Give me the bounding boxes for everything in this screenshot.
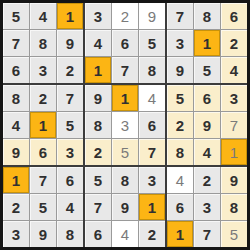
cell-r7c6[interactable]: 3 [139,167,165,193]
cell-r1c9[interactable]: 6 [221,3,247,29]
cell-r1c8[interactable]: 8 [194,3,220,29]
cell-r1c3[interactable]: 1 [57,3,83,29]
box-4: 827415963 [3,85,83,165]
cell-r7c7[interactable]: 4 [167,167,193,193]
cell-r5c4[interactable]: 8 [85,112,111,138]
cell-r3c1[interactable]: 6 [3,57,29,83]
cell-r9c8[interactable]: 7 [194,221,220,247]
cell-r1c6[interactable]: 9 [139,3,165,29]
selected-cell-r6c9[interactable]: 1 [221,139,247,165]
cell-r8c5[interactable]: 9 [112,194,138,220]
cell-r6c1[interactable]: 9 [3,139,29,165]
cell-r6c4[interactable]: 2 [85,139,111,165]
cell-r3c4[interactable]: 1 [85,57,111,83]
sudoku-board: 5417896323294651787863129548274159639148… [0,0,250,250]
cell-r2c2[interactable]: 8 [30,30,56,56]
box-1: 541789632 [3,3,83,83]
cell-r7c5[interactable]: 8 [112,167,138,193]
cell-r5c7[interactable]: 2 [167,112,193,138]
cell-r6c6[interactable]: 7 [139,139,165,165]
cell-r7c2[interactable]: 7 [30,167,56,193]
cell-r3c5[interactable]: 7 [112,57,138,83]
box-8: 583791642 [85,167,165,247]
box-9: 429638175 [167,167,247,247]
cell-r2c5[interactable]: 6 [112,30,138,56]
cell-r4c6[interactable]: 4 [139,85,165,111]
cell-r3c8[interactable]: 5 [194,57,220,83]
cell-r1c4[interactable]: 3 [85,3,111,29]
cell-r9c1[interactable]: 3 [3,221,29,247]
cell-r4c5[interactable]: 1 [112,85,138,111]
box-3: 786312954 [167,3,247,83]
cell-r2c8[interactable]: 1 [194,30,220,56]
box-7: 176254398 [3,167,83,247]
cell-r4c8[interactable]: 6 [194,85,220,111]
cell-r4c9[interactable]: 3 [221,85,247,111]
cell-r6c3[interactable]: 3 [57,139,83,165]
cell-r2c3[interactable]: 9 [57,30,83,56]
cell-r2c7[interactable]: 3 [167,30,193,56]
cell-r2c4[interactable]: 4 [85,30,111,56]
cell-r5c1[interactable]: 4 [3,112,29,138]
cell-r3c7[interactable]: 9 [167,57,193,83]
cell-r7c8[interactable]: 2 [194,167,220,193]
cell-r1c5[interactable]: 2 [112,3,138,29]
cell-r4c4[interactable]: 9 [85,85,111,111]
cell-r7c4[interactable]: 5 [85,167,111,193]
cell-r5c6[interactable]: 6 [139,112,165,138]
cell-r3c3[interactable]: 2 [57,57,83,83]
cell-r3c2[interactable]: 3 [30,57,56,83]
cell-r8c9[interactable]: 8 [221,194,247,220]
cell-r6c5[interactable]: 5 [112,139,138,165]
cell-r8c2[interactable]: 5 [30,194,56,220]
cell-r8c6[interactable]: 1 [139,194,165,220]
cell-r4c7[interactable]: 5 [167,85,193,111]
cell-r1c7[interactable]: 7 [167,3,193,29]
cell-r4c2[interactable]: 2 [30,85,56,111]
cell-r5c5[interactable]: 3 [112,112,138,138]
cell-r5c8[interactable]: 9 [194,112,220,138]
cell-r2c1[interactable]: 7 [3,30,29,56]
cell-r2c6[interactable]: 5 [139,30,165,56]
cell-r9c3[interactable]: 8 [57,221,83,247]
cell-r3c9[interactable]: 4 [221,57,247,83]
cell-r6c8[interactable]: 4 [194,139,220,165]
cell-r9c2[interactable]: 9 [30,221,56,247]
cell-r7c9[interactable]: 9 [221,167,247,193]
cell-r5c2[interactable]: 1 [30,112,56,138]
cell-r2c9[interactable]: 2 [221,30,247,56]
cell-r8c1[interactable]: 2 [3,194,29,220]
cell-r9c5[interactable]: 4 [112,221,138,247]
cell-r9c9[interactable]: 5 [221,221,247,247]
cell-r1c1[interactable]: 5 [3,3,29,29]
cell-r8c8[interactable]: 3 [194,194,220,220]
box-5: 914836257 [85,85,165,165]
box-6: 563297841 [167,85,247,165]
cell-r4c3[interactable]: 7 [57,85,83,111]
cell-r4c1[interactable]: 8 [3,85,29,111]
cell-r9c7[interactable]: 1 [167,221,193,247]
cell-r5c9[interactable]: 7 [221,112,247,138]
cell-r9c4[interactable]: 6 [85,221,111,247]
cell-r7c3[interactable]: 6 [57,167,83,193]
cell-r9c6[interactable]: 2 [139,221,165,247]
cell-r8c3[interactable]: 4 [57,194,83,220]
cell-r5c3[interactable]: 5 [57,112,83,138]
cell-r3c6[interactable]: 8 [139,57,165,83]
box-2: 329465178 [85,3,165,83]
cell-r8c4[interactable]: 7 [85,194,111,220]
cell-r6c7[interactable]: 8 [167,139,193,165]
cell-r1c2[interactable]: 4 [30,3,56,29]
cell-r7c1[interactable]: 1 [3,167,29,193]
cell-r6c2[interactable]: 6 [30,139,56,165]
cell-r8c7[interactable]: 6 [167,194,193,220]
